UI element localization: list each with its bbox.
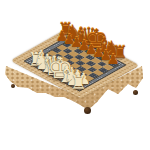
black-pawn[interactable]: ♟ xyxy=(107,51,120,65)
chess-set-scene: ♜♞♝♛♚♝♞♜♟♟♟♟♟♟♟♟♟♟♟♟♟♟♟♟♜♞♝♛♚♝♞♜ xyxy=(0,0,150,150)
white-rook[interactable]: ♜ xyxy=(70,73,87,92)
pieces-layer: ♜♞♝♛♚♝♞♜♟♟♟♟♟♟♟♟♟♟♟♟♟♟♟♟♜♞♝♛♚♝♞♜ xyxy=(0,0,150,150)
